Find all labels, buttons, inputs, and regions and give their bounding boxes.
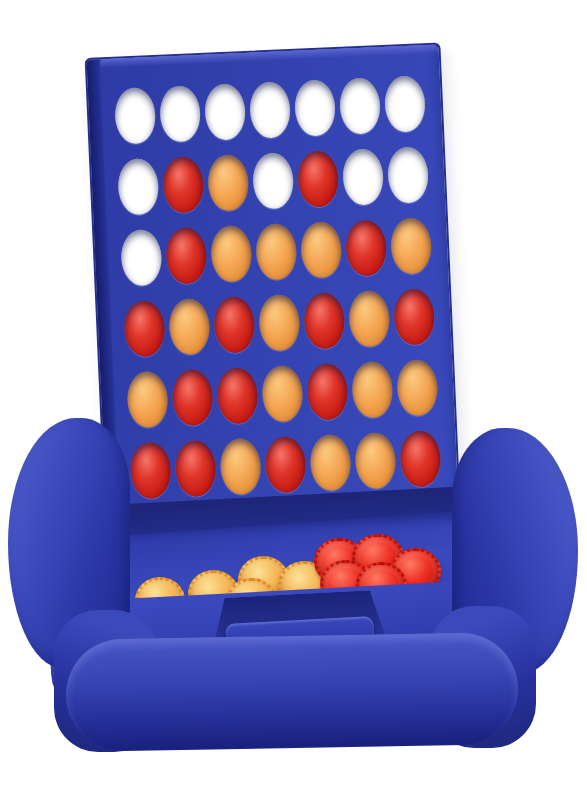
base-bottom-bar xyxy=(65,632,519,752)
product-photo xyxy=(0,0,587,800)
